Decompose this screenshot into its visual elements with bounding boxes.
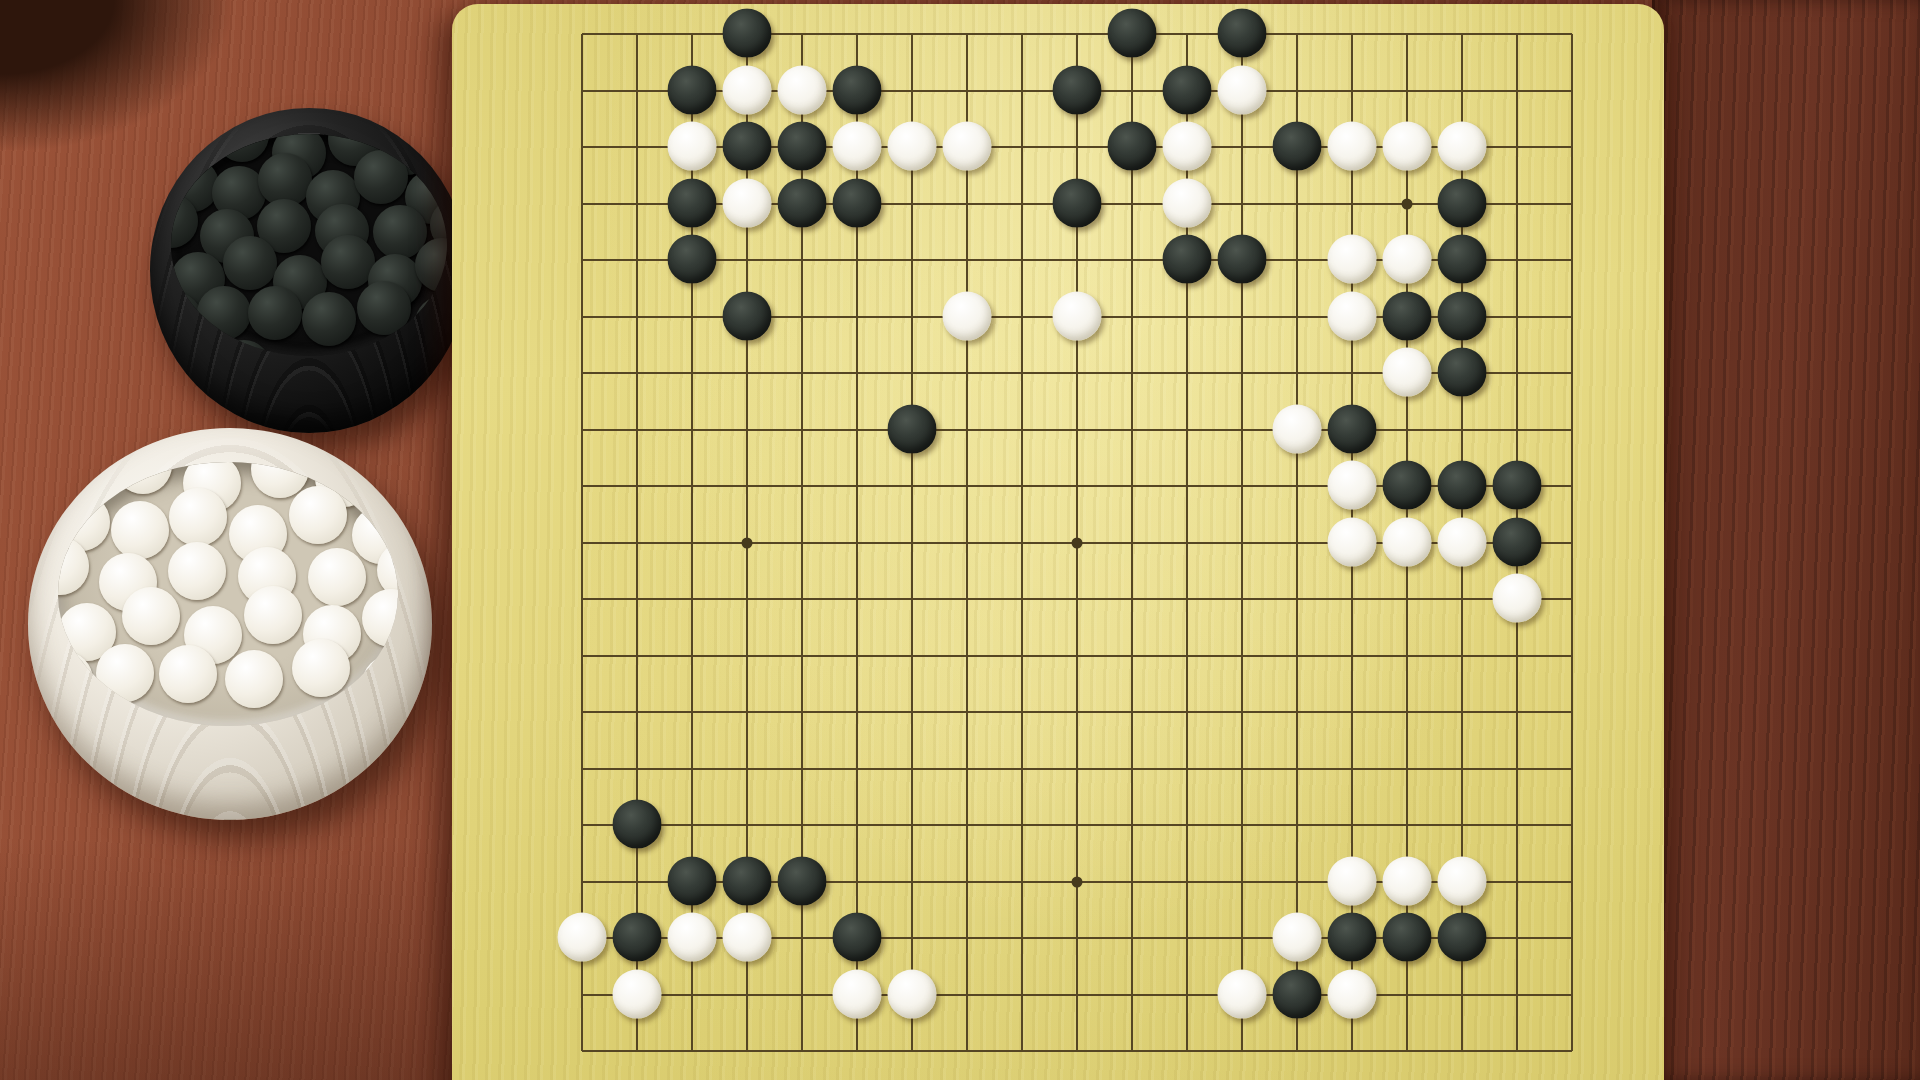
stone-black-F3 [833,913,882,962]
bowl-stone-pile-white [159,645,217,703]
stone-black-R3 [1438,913,1487,962]
bowl-stone-pile-white [292,639,350,697]
stone-black-D19 [723,9,772,58]
stone-black-Q3 [1383,913,1432,962]
stone-white-D3 [723,913,772,962]
stone-black-P3 [1328,913,1377,962]
stone-black-E17 [778,122,827,171]
stone-black-D14 [723,291,772,340]
grid-line-vertical [1571,34,1573,1051]
stone-white-O3 [1273,913,1322,962]
stone-white-M16 [1163,178,1212,227]
stone-black-F16 [833,178,882,227]
stone-black-N19 [1218,9,1267,58]
stone-white-C3 [668,913,717,962]
stone-black-M18 [1163,65,1212,114]
stone-white-P2 [1328,969,1377,1018]
bowl-stone-pile-white [168,542,226,600]
stone-white-H17 [943,122,992,171]
bowl-stone-pile-black [248,286,302,340]
stone-white-P10 [1328,517,1377,566]
stone-black-K18 [1053,65,1102,114]
stone-black-C4 [668,856,717,905]
star-point [742,537,753,548]
bowl-stone-pile-white [225,650,283,708]
stone-black-E16 [778,178,827,227]
stone-white-Q4 [1383,856,1432,905]
black-bowl-opening [171,134,447,356]
table-right-panel [1652,0,1920,1080]
stone-white-F17 [833,122,882,171]
stone-black-D4 [723,856,772,905]
stone-black-N15 [1218,235,1267,284]
stone-white-R10 [1438,517,1487,566]
stone-white-P15 [1328,235,1377,284]
bowl-stone-pile-white [289,486,347,544]
stone-white-P14 [1328,291,1377,340]
stone-white-N2 [1218,969,1267,1018]
grid-line-vertical [1131,34,1133,1051]
bowl-stone-pile-white [169,488,227,546]
table-bottom-shade [0,840,470,1080]
stone-white-A3 [558,913,607,962]
stone-black-K16 [1053,178,1102,227]
stone-black-L19 [1108,9,1157,58]
stone-white-S9 [1493,574,1542,623]
star-point [1072,537,1083,548]
stone-black-E4 [778,856,827,905]
grid-line-horizontal [582,824,1572,826]
wood-grain-texture [1652,0,1920,1080]
bowl-stone-pile-white [244,586,302,644]
stone-white-O12 [1273,404,1322,453]
stone-white-Q13 [1383,348,1432,397]
stone-white-K14 [1053,291,1102,340]
stone-white-N18 [1218,65,1267,114]
stone-black-R11 [1438,461,1487,510]
stone-white-D18 [723,65,772,114]
grid-line-vertical [1296,34,1298,1051]
stone-black-O2 [1273,969,1322,1018]
table-shadow-corner [0,0,230,150]
stone-white-R4 [1438,856,1487,905]
stone-black-R14 [1438,291,1487,340]
stone-black-C18 [668,65,717,114]
star-point [1402,198,1413,209]
stone-white-B2 [613,969,662,1018]
stone-white-P17 [1328,122,1377,171]
stone-black-Q14 [1383,291,1432,340]
stone-black-R15 [1438,235,1487,284]
grid-line-horizontal [582,768,1572,770]
stone-black-G12 [888,404,937,453]
bowl-stone-pile-white [308,548,366,606]
grid-line-horizontal [582,655,1572,657]
stone-white-Q10 [1383,517,1432,566]
grid-line-vertical [1241,34,1243,1051]
stone-white-Q17 [1383,122,1432,171]
grid-line-horizontal [582,711,1572,713]
stone-black-R13 [1438,348,1487,397]
grid-line-horizontal [582,598,1572,600]
stone-white-G2 [888,969,937,1018]
stone-black-B3 [613,913,662,962]
bowl-stone-pile-black [302,292,356,346]
stone-white-P4 [1328,856,1377,905]
stone-white-E18 [778,65,827,114]
stone-black-C15 [668,235,717,284]
white-stone-bowl [28,428,432,820]
stone-white-C17 [668,122,717,171]
stone-black-D17 [723,122,772,171]
stone-black-S11 [1493,461,1542,510]
stone-white-G17 [888,122,937,171]
stone-black-P12 [1328,404,1377,453]
stone-white-M17 [1163,122,1212,171]
bowl-stone-pile-white [111,501,169,559]
stone-white-P11 [1328,461,1377,510]
white-bowl-opening [58,462,398,726]
stone-white-R17 [1438,122,1487,171]
grid-line-horizontal [582,1050,1572,1052]
stone-white-D16 [723,178,772,227]
grid-line-horizontal [582,994,1572,996]
stone-black-O17 [1273,122,1322,171]
stone-white-F2 [833,969,882,1018]
star-point [1072,876,1083,887]
go-board [452,4,1664,1080]
stone-black-Q11 [1383,461,1432,510]
black-stone-bowl [150,108,468,433]
stone-black-F18 [833,65,882,114]
stone-black-L17 [1108,122,1157,171]
stone-black-B5 [613,800,662,849]
stone-black-R16 [1438,178,1487,227]
stone-white-Q15 [1383,235,1432,284]
stone-black-M15 [1163,235,1212,284]
bowl-stone-pile-white [122,587,180,645]
bowl-stone-pile-black [223,236,277,290]
stone-black-S10 [1493,517,1542,566]
stone-white-H14 [943,291,992,340]
stone-black-C16 [668,178,717,227]
